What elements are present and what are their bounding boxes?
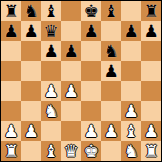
black-rook: ♜ [141,1,161,21]
square-h1[interactable]: ♜ [141,141,161,161]
white-pawn: ♟ [61,81,81,101]
square-c8[interactable]: ♝ [41,1,61,21]
white-rook: ♜ [1,141,21,161]
square-h7[interactable]: ♟ [141,21,161,41]
square-g5[interactable] [121,61,141,81]
square-h2[interactable]: ♟ [141,121,161,141]
square-c4[interactable]: ♟ [41,81,61,101]
white-rook: ♜ [141,141,161,161]
square-c7[interactable]: ♛ [41,21,61,41]
square-g2[interactable]: ♝ [121,121,141,141]
square-a3[interactable] [1,101,21,121]
square-g6[interactable] [121,41,141,61]
square-d4[interactable]: ♟ [61,81,81,101]
square-g3[interactable]: ♟ [121,101,141,121]
square-h6[interactable] [141,41,161,61]
square-e5[interactable] [81,61,101,81]
square-a6[interactable] [1,41,21,61]
square-c1[interactable]: ♝ [41,141,61,161]
square-a7[interactable]: ♟ [1,21,21,41]
square-e4[interactable] [81,81,101,101]
black-knight: ♞ [21,1,41,21]
black-bishop: ♝ [41,1,61,21]
square-f6[interactable]: ♞ [101,41,121,61]
square-b7[interactable]: ♟ [21,21,41,41]
black-pawn: ♟ [141,21,161,41]
black-pawn: ♟ [21,21,41,41]
chess-board: ♜♞♝♚♝♜♟♟♛♟♟♟♟♟♞♟♟♟♞♟♟♟♟♟♝♟♜♝♛♚♞♜ [0,0,162,162]
square-d6[interactable]: ♟ [61,41,81,61]
square-h3[interactable] [141,101,161,121]
black-king: ♚ [81,1,101,21]
square-a4[interactable] [1,81,21,101]
square-d7[interactable] [61,21,81,41]
white-pawn: ♟ [41,81,61,101]
square-e6[interactable] [81,41,101,61]
square-d2[interactable] [61,121,81,141]
white-pawn: ♟ [121,101,141,121]
square-b4[interactable] [21,81,41,101]
square-f5[interactable]: ♟ [101,61,121,81]
black-pawn: ♟ [101,61,121,81]
square-d5[interactable] [61,61,81,81]
square-e3[interactable] [81,101,101,121]
square-d3[interactable] [61,101,81,121]
square-b3[interactable] [21,101,41,121]
square-h5[interactable] [141,61,161,81]
black-rook: ♜ [1,1,21,21]
square-b1[interactable] [21,141,41,161]
square-e7[interactable]: ♟ [81,21,101,41]
black-pawn: ♟ [121,21,141,41]
white-knight: ♞ [121,141,141,161]
square-a1[interactable]: ♜ [1,141,21,161]
white-bishop: ♝ [121,121,141,141]
white-pawn: ♟ [81,121,101,141]
white-knight: ♞ [41,101,61,121]
square-f2[interactable]: ♟ [101,121,121,141]
white-pawn: ♟ [141,121,161,141]
white-pawn: ♟ [21,121,41,141]
black-bishop: ♝ [101,1,121,21]
square-f7[interactable] [101,21,121,41]
black-pawn: ♟ [41,41,61,61]
white-pawn: ♟ [101,121,121,141]
white-king: ♚ [81,141,101,161]
square-h4[interactable] [141,81,161,101]
square-c3[interactable]: ♞ [41,101,61,121]
square-h8[interactable]: ♜ [141,1,161,21]
square-b8[interactable]: ♞ [21,1,41,21]
square-f4[interactable] [101,81,121,101]
square-a2[interactable]: ♟ [1,121,21,141]
black-pawn: ♟ [1,21,21,41]
square-b2[interactable]: ♟ [21,121,41,141]
square-a5[interactable] [1,61,21,81]
square-b6[interactable] [21,41,41,61]
square-e8[interactable]: ♚ [81,1,101,21]
white-bishop: ♝ [41,141,61,161]
square-c2[interactable] [41,121,61,141]
square-b5[interactable] [21,61,41,81]
square-f8[interactable]: ♝ [101,1,121,21]
square-g7[interactable]: ♟ [121,21,141,41]
square-g8[interactable] [121,1,141,21]
square-e2[interactable]: ♟ [81,121,101,141]
square-d8[interactable] [61,1,81,21]
black-pawn: ♟ [81,21,101,41]
square-d1[interactable]: ♛ [61,141,81,161]
white-pawn: ♟ [1,121,21,141]
square-g4[interactable] [121,81,141,101]
black-pawn: ♟ [61,41,81,61]
square-f1[interactable] [101,141,121,161]
black-knight: ♞ [101,41,121,61]
square-e1[interactable]: ♚ [81,141,101,161]
square-g1[interactable]: ♞ [121,141,141,161]
square-a8[interactable]: ♜ [1,1,21,21]
square-c5[interactable] [41,61,61,81]
black-queen: ♛ [41,21,61,41]
square-c6[interactable]: ♟ [41,41,61,61]
white-queen: ♛ [61,141,81,161]
square-f3[interactable] [101,101,121,121]
